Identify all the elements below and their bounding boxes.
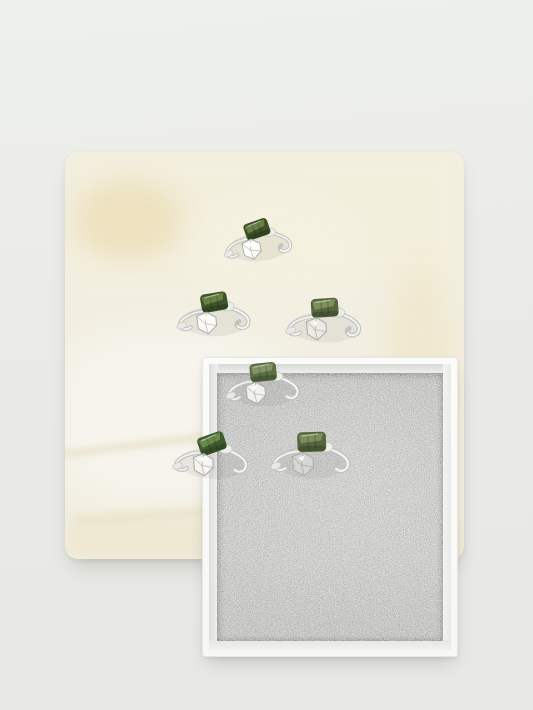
box-inner-wall-top (209, 364, 451, 373)
pad-sparkle-texture (217, 373, 443, 641)
onyx-slab (65, 152, 464, 559)
slab-vein-yellow (73, 180, 183, 260)
slab-vein (65, 152, 464, 282)
gift-box (202, 357, 458, 657)
box-inner-wall-bottom (209, 640, 451, 650)
box-pad (217, 373, 443, 641)
photo-background (0, 0, 533, 710)
slab-vein (185, 192, 365, 302)
box-inner-wall-right (443, 364, 451, 650)
